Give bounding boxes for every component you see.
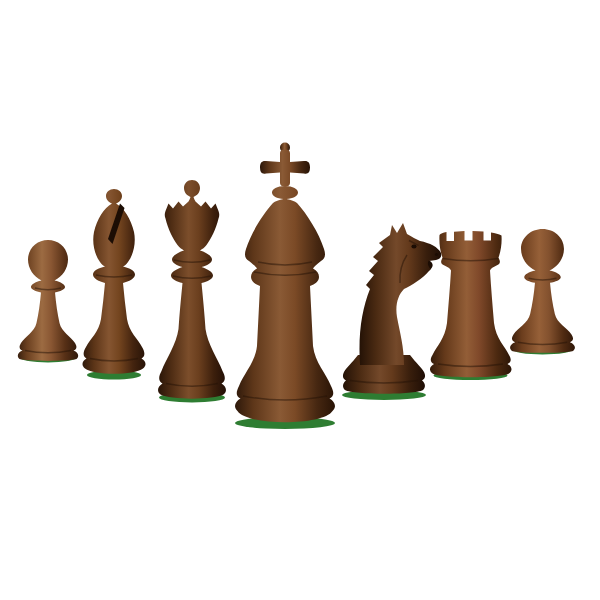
bishop-silhouette: [82, 189, 145, 374]
knight-head-silhouette: [359, 223, 441, 365]
queen-silhouette: [158, 180, 226, 399]
chess-piece-pawn-right: [506, 227, 579, 356]
knight-nostril: [435, 253, 438, 256]
chess-piece-knight: [334, 213, 446, 404]
pawn-silhouette: [510, 229, 575, 353]
king-cross: [260, 150, 310, 187]
king-silhouette: [235, 186, 335, 422]
chess-piece-king: [226, 140, 344, 433]
chess-pieces-photo: [0, 0, 600, 600]
knight-eye: [411, 245, 416, 249]
